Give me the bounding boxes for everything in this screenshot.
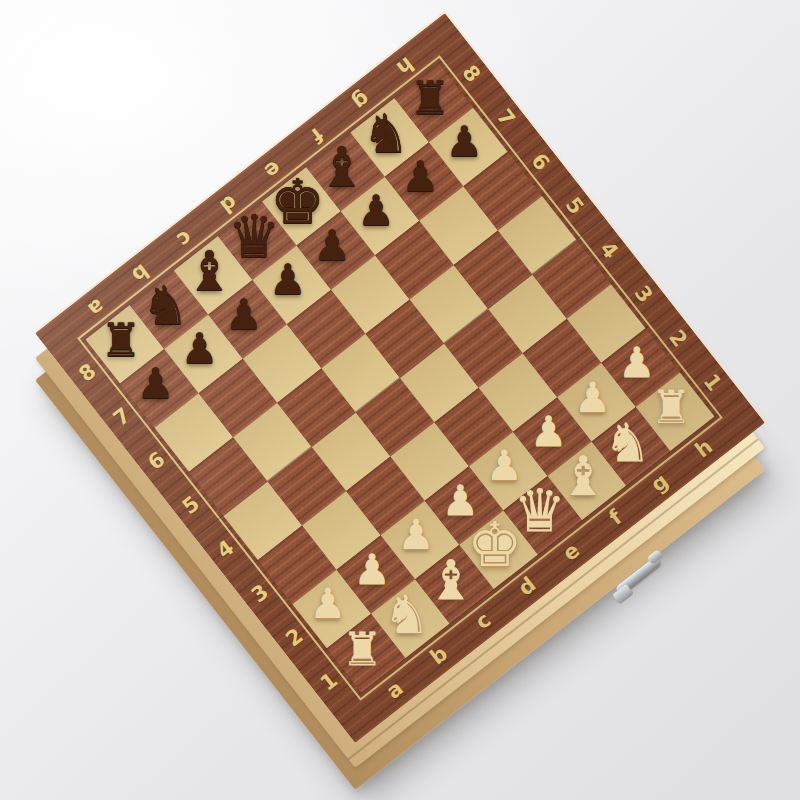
black-rook-h8[interactable]: ♜ [409,75,450,121]
black-pawn-h7[interactable]: ♟ [446,121,484,163]
rank-label-right-8: 8 [458,62,484,86]
black-pawn-c7[interactable]: ♟ [225,294,263,336]
rank-label-right-1: 1 [699,371,725,395]
rank-label-left-4: 4 [214,537,238,563]
white-rook-h1[interactable]: ♜ [651,384,692,430]
file-label-bottom-a: a [383,678,407,703]
rank-label-right-3: 3 [630,282,656,306]
white-pawn-h2[interactable]: ♟ [618,342,656,384]
rank-label-left-5: 5 [179,493,203,519]
rank-label-left-2: 2 [282,625,306,651]
white-knight-g1[interactable]: ♞ [604,415,652,468]
black-pawn-e7[interactable]: ♟ [313,225,351,267]
black-pawn-f7[interactable]: ♟ [357,190,395,232]
rank-label-right-6: 6 [527,150,553,174]
rank-label-right-4: 4 [596,238,622,262]
rank-label-left-1: 1 [317,669,341,695]
rank-label-left-7: 7 [110,405,134,431]
white-rook-a1[interactable]: ♜ [342,625,383,671]
rank-label-left-3: 3 [248,581,272,607]
rank-label-left-8: 8 [76,360,100,386]
file-label-bottom-h: h [692,436,717,462]
file-label-bottom-c: c [472,609,495,633]
chess-board: ♜♞♝♛♚♝♞♜♟♟♟♟♟♟♟♟♟♟♟♟♟♟♟♟♜♞♝♚♛♝♞♜ aabbccd… [35,13,765,743]
rank-label-right-5: 5 [561,194,587,218]
white-pawn-a2[interactable]: ♟ [309,583,347,625]
white-knight-b1[interactable]: ♞ [383,587,431,640]
black-rook-a8[interactable]: ♜ [101,316,142,362]
file-label-bottom-g: g [648,470,673,496]
black-pawn-b7[interactable]: ♟ [181,328,219,370]
rank-label-right-7: 7 [493,106,519,130]
rank-label-right-2: 2 [665,326,691,350]
black-pawn-g7[interactable]: ♟ [402,156,440,198]
black-pawn-a7[interactable]: ♟ [137,363,175,405]
file-label-bottom-b: b [427,643,452,669]
rank-label-left-6: 6 [145,449,169,475]
black-pawn-d7[interactable]: ♟ [269,259,307,301]
photo-background: ♜♞♝♛♚♝♞♜♟♟♟♟♟♟♟♟♟♟♟♟♟♟♟♟♜♞♝♚♛♝♞♜ aabbccd… [0,0,800,800]
white-bishop-f1[interactable]: ♝ [559,449,608,504]
file-label-bottom-f: f [606,507,626,529]
white-queen-e1[interactable]: ♛ [513,481,566,540]
